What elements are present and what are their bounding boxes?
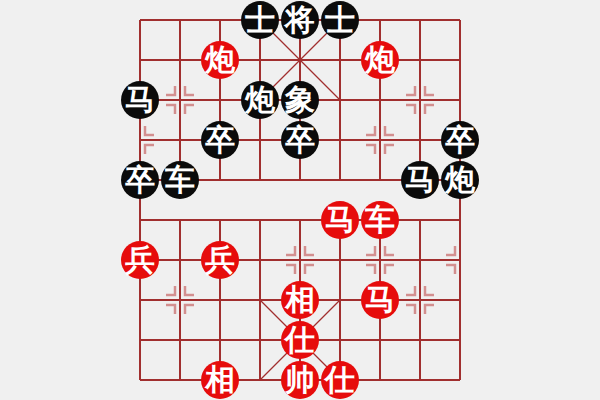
piece-red-cannon[interactable]: 炮 — [361, 41, 399, 79]
piece-red-horse[interactable]: 马 — [321, 201, 359, 239]
app-background: 士将士炮炮马炮象卒卒卒卒车马炮马车兵兵相马仕相帅仕 — [0, 0, 600, 400]
piece-black-pawn[interactable]: 卒 — [201, 121, 239, 159]
piece-black-advisor[interactable]: 士 — [241, 1, 279, 39]
piece-red-elephant[interactable]: 相 — [201, 361, 239, 399]
piece-black-chariot[interactable]: 车 — [161, 161, 199, 199]
piece-red-advisor[interactable]: 仕 — [281, 321, 319, 359]
xiangqi-board[interactable]: 士将士炮炮马炮象卒卒卒卒车马炮马车兵兵相马仕相帅仕 — [0, 0, 600, 400]
piece-black-pawn[interactable]: 卒 — [441, 121, 479, 159]
piece-red-horse[interactable]: 马 — [361, 281, 399, 319]
piece-red-chariot[interactable]: 车 — [361, 201, 399, 239]
piece-black-general[interactable]: 将 — [281, 1, 319, 39]
piece-black-cannon[interactable]: 炮 — [441, 161, 479, 199]
piece-red-advisor[interactable]: 仕 — [321, 361, 359, 399]
piece-red-general[interactable]: 帅 — [281, 361, 319, 399]
piece-red-cannon[interactable]: 炮 — [201, 41, 239, 79]
piece-black-pawn[interactable]: 卒 — [281, 121, 319, 159]
piece-red-elephant[interactable]: 相 — [281, 281, 319, 319]
pieces-layer: 士将士炮炮马炮象卒卒卒卒车马炮马车兵兵相马仕相帅仕 — [0, 0, 600, 400]
piece-black-horse[interactable]: 马 — [121, 81, 159, 119]
piece-red-pawn[interactable]: 兵 — [121, 241, 159, 279]
piece-red-pawn[interactable]: 兵 — [201, 241, 239, 279]
piece-black-elephant[interactable]: 象 — [281, 81, 319, 119]
piece-black-horse[interactable]: 马 — [401, 161, 439, 199]
piece-black-advisor[interactable]: 士 — [321, 1, 359, 39]
piece-black-cannon[interactable]: 炮 — [241, 81, 279, 119]
piece-black-pawn[interactable]: 卒 — [121, 161, 159, 199]
